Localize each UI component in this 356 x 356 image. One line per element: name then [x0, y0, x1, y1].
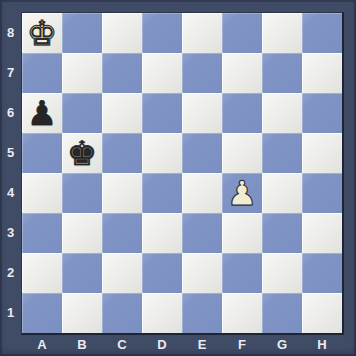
rank-label-5: 5	[0, 133, 21, 173]
black-king[interactable]: ♚	[67, 133, 97, 173]
square-c3[interactable]	[102, 213, 142, 253]
square-f4[interactable]: ♟	[222, 173, 262, 213]
square-d8[interactable]	[142, 13, 182, 53]
file-label-e: E	[182, 336, 222, 354]
square-d3[interactable]	[142, 213, 182, 253]
square-d6[interactable]	[142, 93, 182, 133]
square-b5[interactable]: ♚	[62, 133, 102, 173]
square-d1[interactable]	[142, 293, 182, 333]
square-b1[interactable]	[62, 293, 102, 333]
chess-board: ♚♟♚♟	[21, 12, 344, 335]
square-a6[interactable]: ♟	[22, 93, 62, 133]
square-b4[interactable]	[62, 173, 102, 213]
square-f2[interactable]	[222, 253, 262, 293]
square-h2[interactable]	[302, 253, 342, 293]
square-f3[interactable]	[222, 213, 262, 253]
rank-label-8: 8	[0, 13, 21, 53]
square-c5[interactable]	[102, 133, 142, 173]
file-label-f: F	[222, 336, 262, 354]
square-g5[interactable]	[262, 133, 302, 173]
square-b8[interactable]	[62, 13, 102, 53]
file-label-a: A	[22, 336, 62, 354]
square-f1[interactable]	[222, 293, 262, 333]
square-e6[interactable]	[182, 93, 222, 133]
rank-label-6: 6	[0, 93, 21, 133]
file-label-h: H	[302, 336, 342, 354]
square-d5[interactable]	[142, 133, 182, 173]
square-a8[interactable]: ♚	[22, 13, 62, 53]
square-e7[interactable]	[182, 53, 222, 93]
square-a1[interactable]	[22, 293, 62, 333]
square-e8[interactable]	[182, 13, 222, 53]
white-king[interactable]: ♚	[27, 13, 57, 53]
square-f5[interactable]	[222, 133, 262, 173]
square-h1[interactable]	[302, 293, 342, 333]
white-pawn[interactable]: ♟	[227, 173, 257, 213]
square-a3[interactable]	[22, 213, 62, 253]
file-label-g: G	[262, 336, 302, 354]
square-c6[interactable]	[102, 93, 142, 133]
square-b2[interactable]	[62, 253, 102, 293]
square-b3[interactable]	[62, 213, 102, 253]
square-e4[interactable]	[182, 173, 222, 213]
square-h4[interactable]	[302, 173, 342, 213]
square-c1[interactable]	[102, 293, 142, 333]
file-label-b: B	[62, 336, 102, 354]
square-d7[interactable]	[142, 53, 182, 93]
square-e3[interactable]	[182, 213, 222, 253]
square-c8[interactable]	[102, 13, 142, 53]
square-h3[interactable]	[302, 213, 342, 253]
square-h6[interactable]	[302, 93, 342, 133]
square-f7[interactable]	[222, 53, 262, 93]
square-g2[interactable]	[262, 253, 302, 293]
square-c2[interactable]	[102, 253, 142, 293]
square-g1[interactable]	[262, 293, 302, 333]
square-b7[interactable]	[62, 53, 102, 93]
square-b6[interactable]	[62, 93, 102, 133]
rank-label-2: 2	[0, 253, 21, 293]
square-f8[interactable]	[222, 13, 262, 53]
square-d4[interactable]	[142, 173, 182, 213]
square-h5[interactable]	[302, 133, 342, 173]
chess-diagram: ♚♟♚♟ 87654321 ABCDEFGH	[0, 0, 356, 356]
square-e5[interactable]	[182, 133, 222, 173]
file-label-d: D	[142, 336, 182, 354]
square-h8[interactable]	[302, 13, 342, 53]
square-e1[interactable]	[182, 293, 222, 333]
file-label-c: C	[102, 336, 142, 354]
square-g3[interactable]	[262, 213, 302, 253]
square-a5[interactable]	[22, 133, 62, 173]
rank-label-4: 4	[0, 173, 21, 213]
square-g6[interactable]	[262, 93, 302, 133]
square-f6[interactable]	[222, 93, 262, 133]
square-a4[interactable]	[22, 173, 62, 213]
square-c4[interactable]	[102, 173, 142, 213]
black-pawn[interactable]: ♟	[27, 93, 57, 133]
rank-label-1: 1	[0, 293, 21, 333]
square-h7[interactable]	[302, 53, 342, 93]
square-g8[interactable]	[262, 13, 302, 53]
square-e2[interactable]	[182, 253, 222, 293]
rank-label-3: 3	[0, 213, 21, 253]
rank-label-7: 7	[0, 53, 21, 93]
square-d2[interactable]	[142, 253, 182, 293]
square-a7[interactable]	[22, 53, 62, 93]
square-g4[interactable]	[262, 173, 302, 213]
square-a2[interactable]	[22, 253, 62, 293]
square-g7[interactable]	[262, 53, 302, 93]
square-c7[interactable]	[102, 53, 142, 93]
